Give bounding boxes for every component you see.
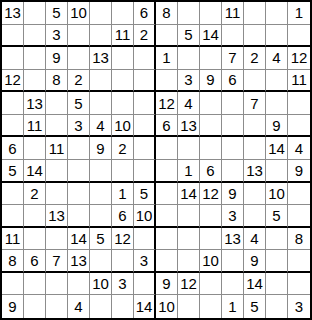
cell-r3c2[interactable] xyxy=(24,47,46,70)
cell-r8c10[interactable]: 6 xyxy=(200,160,222,183)
cell-r14c5[interactable] xyxy=(90,295,112,318)
cell-r10c8[interactable] xyxy=(156,205,178,228)
cell-r3c7[interactable] xyxy=(134,47,156,70)
cell-r9c6[interactable]: 1 xyxy=(112,183,134,206)
cell-r13c3[interactable] xyxy=(46,273,68,296)
cell-r8c3[interactable] xyxy=(46,160,68,183)
cell-r3c12[interactable]: 2 xyxy=(244,47,266,70)
cell-r3c1[interactable] xyxy=(2,47,24,70)
cell-r7c2[interactable] xyxy=(24,137,46,160)
cell-r4c12[interactable] xyxy=(244,70,266,93)
cell-r4c4[interactable]: 2 xyxy=(68,70,90,93)
cell-r13c12[interactable]: 14 xyxy=(244,273,266,296)
cell-r6c5[interactable]: 4 xyxy=(90,115,112,138)
cell-r7c5[interactable]: 9 xyxy=(90,137,112,160)
cell-r1c13[interactable] xyxy=(266,2,288,25)
cell-r13c6[interactable]: 3 xyxy=(112,273,134,296)
cell-r4c13[interactable] xyxy=(266,70,288,93)
cell-r13c11[interactable] xyxy=(222,273,244,296)
cell-r10c2[interactable] xyxy=(24,205,46,228)
cell-r14c8[interactable]: 10 xyxy=(156,295,178,318)
cell-r1c5[interactable] xyxy=(90,2,112,25)
cell-r13c14[interactable] xyxy=(288,273,310,296)
cell-r8c12[interactable]: 13 xyxy=(244,160,266,183)
cell-r4c1[interactable]: 12 xyxy=(2,70,24,93)
cell-r13c4[interactable] xyxy=(68,273,90,296)
cell-r12c2[interactable]: 6 xyxy=(24,250,46,273)
cell-r8c4[interactable] xyxy=(68,160,90,183)
cell-r13c9[interactable]: 12 xyxy=(178,273,200,296)
cell-r7c11[interactable] xyxy=(222,137,244,160)
cell-r1c10[interactable] xyxy=(200,2,222,25)
cell-r2c8[interactable] xyxy=(156,25,178,48)
cell-r6c2[interactable]: 11 xyxy=(24,115,46,138)
cell-r11c7[interactable] xyxy=(134,228,156,251)
cell-r7c4[interactable] xyxy=(68,137,90,160)
cell-r10c14[interactable] xyxy=(288,205,310,228)
cell-r13c7[interactable] xyxy=(134,273,156,296)
cell-r10c5[interactable] xyxy=(90,205,112,228)
cell-r13c10[interactable] xyxy=(200,273,222,296)
cell-r7c8[interactable] xyxy=(156,137,178,160)
cell-r11c1[interactable]: 11 xyxy=(2,228,24,251)
cell-r9c14[interactable] xyxy=(288,183,310,206)
cell-r7c10[interactable] xyxy=(200,137,222,160)
cell-r9c12[interactable] xyxy=(244,183,266,206)
cell-r10c6[interactable]: 6 xyxy=(112,205,134,228)
cell-r5c2[interactable]: 13 xyxy=(24,92,46,115)
cell-r11c13[interactable] xyxy=(266,228,288,251)
cell-r2c12[interactable] xyxy=(244,25,266,48)
cell-r2c4[interactable] xyxy=(68,25,90,48)
cell-r5c3[interactable] xyxy=(46,92,68,115)
cell-r10c13[interactable]: 5 xyxy=(266,205,288,228)
cell-r5c14[interactable] xyxy=(288,92,310,115)
cell-r4c11[interactable]: 6 xyxy=(222,70,244,93)
cell-r9c1[interactable] xyxy=(2,183,24,206)
cell-r8c13[interactable] xyxy=(266,160,288,183)
cell-r12c4[interactable]: 13 xyxy=(68,250,90,273)
cell-r12c10[interactable]: 10 xyxy=(200,250,222,273)
cell-r11c9[interactable] xyxy=(178,228,200,251)
cell-r3c11[interactable]: 7 xyxy=(222,47,244,70)
cell-r10c11[interactable]: 3 xyxy=(222,205,244,228)
cell-r13c8[interactable]: 9 xyxy=(156,273,178,296)
cell-r12c9[interactable] xyxy=(178,250,200,273)
cell-r5c11[interactable] xyxy=(222,92,244,115)
cell-r10c3[interactable]: 13 xyxy=(46,205,68,228)
cell-r2c7[interactable]: 2 xyxy=(134,25,156,48)
cell-r12c3[interactable]: 7 xyxy=(46,250,68,273)
cell-r3c6[interactable] xyxy=(112,47,134,70)
cell-r14c4[interactable]: 4 xyxy=(68,295,90,318)
cell-r3c5[interactable]: 13 xyxy=(90,47,112,70)
cell-r14c12[interactable]: 5 xyxy=(244,295,266,318)
cell-r11c8[interactable] xyxy=(156,228,178,251)
cell-r7c6[interactable]: 2 xyxy=(112,137,134,160)
cell-r4c10[interactable]: 9 xyxy=(200,70,222,93)
cell-r1c7[interactable]: 6 xyxy=(134,2,156,25)
cell-r3c8[interactable]: 1 xyxy=(156,47,178,70)
cell-r11c14[interactable]: 8 xyxy=(288,228,310,251)
cell-r2c14[interactable] xyxy=(288,25,310,48)
cell-r9c7[interactable]: 5 xyxy=(134,183,156,206)
cell-r3c14[interactable]: 12 xyxy=(288,47,310,70)
cell-r6c14[interactable] xyxy=(288,115,310,138)
cell-r9c4[interactable] xyxy=(68,183,90,206)
cell-r14c2[interactable] xyxy=(24,295,46,318)
cell-r11c4[interactable]: 14 xyxy=(68,228,90,251)
cell-r9c3[interactable] xyxy=(46,183,68,206)
cell-r3c4[interactable] xyxy=(68,47,90,70)
cell-r6c9[interactable]: 13 xyxy=(178,115,200,138)
cell-r3c13[interactable]: 4 xyxy=(266,47,288,70)
cell-r11c2[interactable] xyxy=(24,228,46,251)
cell-r12c13[interactable] xyxy=(266,250,288,273)
cell-r5c9[interactable]: 4 xyxy=(178,92,200,115)
cell-r10c1[interactable] xyxy=(2,205,24,228)
cell-r9c10[interactable]: 12 xyxy=(200,183,222,206)
cell-r14c9[interactable] xyxy=(178,295,200,318)
cell-r1c1[interactable]: 13 xyxy=(2,2,24,25)
cell-r2c2[interactable] xyxy=(24,25,46,48)
cell-r4c14[interactable]: 11 xyxy=(288,70,310,93)
cell-r8c2[interactable]: 14 xyxy=(24,160,46,183)
cell-r5c4[interactable]: 5 xyxy=(68,92,90,115)
cell-r8c8[interactable] xyxy=(156,160,178,183)
cell-r11c6[interactable]: 12 xyxy=(112,228,134,251)
cell-r1c14[interactable]: 1 xyxy=(288,2,310,25)
cell-r2c11[interactable] xyxy=(222,25,244,48)
cell-r6c1[interactable] xyxy=(2,115,24,138)
cell-r4c7[interactable] xyxy=(134,70,156,93)
cell-r14c1[interactable]: 9 xyxy=(2,295,24,318)
cell-r2c9[interactable]: 5 xyxy=(178,25,200,48)
cell-r2c1[interactable] xyxy=(2,25,24,48)
cell-r11c5[interactable]: 5 xyxy=(90,228,112,251)
cell-r12c11[interactable] xyxy=(222,250,244,273)
cell-r1c11[interactable]: 11 xyxy=(222,2,244,25)
cell-r8c11[interactable] xyxy=(222,160,244,183)
cell-r5c5[interactable] xyxy=(90,92,112,115)
cell-r4c5[interactable] xyxy=(90,70,112,93)
cell-r8c7[interactable] xyxy=(134,160,156,183)
cell-r10c12[interactable] xyxy=(244,205,266,228)
cell-r2c5[interactable] xyxy=(90,25,112,48)
cell-r3c10[interactable] xyxy=(200,47,222,70)
cell-r10c10[interactable] xyxy=(200,205,222,228)
cell-r6c3[interactable] xyxy=(46,115,68,138)
cell-r6c12[interactable] xyxy=(244,115,266,138)
cell-r9c8[interactable] xyxy=(156,183,178,206)
cell-r7c1[interactable]: 6 xyxy=(2,137,24,160)
cell-r6c13[interactable]: 9 xyxy=(266,115,288,138)
cell-r5c12[interactable]: 7 xyxy=(244,92,266,115)
cell-r11c11[interactable]: 13 xyxy=(222,228,244,251)
cell-r8c9[interactable]: 1 xyxy=(178,160,200,183)
cell-r12c7[interactable]: 3 xyxy=(134,250,156,273)
cell-r11c3[interactable] xyxy=(46,228,68,251)
cell-r3c3[interactable]: 9 xyxy=(46,47,68,70)
cell-r7c3[interactable]: 11 xyxy=(46,137,68,160)
cell-r13c1[interactable] xyxy=(2,273,24,296)
cell-r12c14[interactable] xyxy=(288,250,310,273)
cell-r4c2[interactable] xyxy=(24,70,46,93)
cell-r5c1[interactable] xyxy=(2,92,24,115)
cell-r6c10[interactable] xyxy=(200,115,222,138)
cell-r1c3[interactable]: 5 xyxy=(46,2,68,25)
cell-r1c4[interactable]: 10 xyxy=(68,2,90,25)
cell-r7c14[interactable]: 4 xyxy=(288,137,310,160)
cell-r14c7[interactable]: 14 xyxy=(134,295,156,318)
cell-r12c12[interactable]: 9 xyxy=(244,250,266,273)
cell-r12c1[interactable]: 8 xyxy=(2,250,24,273)
cell-r14c6[interactable] xyxy=(112,295,134,318)
cell-r4c8[interactable] xyxy=(156,70,178,93)
cell-r6c4[interactable]: 3 xyxy=(68,115,90,138)
cell-r13c2[interactable] xyxy=(24,273,46,296)
cell-r2c13[interactable] xyxy=(266,25,288,48)
cell-r9c13[interactable]: 10 xyxy=(266,183,288,206)
cell-r1c9[interactable] xyxy=(178,2,200,25)
cell-r7c7[interactable] xyxy=(134,137,156,160)
cell-r4c9[interactable]: 3 xyxy=(178,70,200,93)
cell-r9c2[interactable]: 2 xyxy=(24,183,46,206)
cell-r12c6[interactable] xyxy=(112,250,134,273)
cell-r1c2[interactable] xyxy=(24,2,46,25)
cell-r7c12[interactable] xyxy=(244,137,266,160)
cell-r13c5[interactable]: 10 xyxy=(90,273,112,296)
cell-r14c10[interactable] xyxy=(200,295,222,318)
cell-r12c8[interactable] xyxy=(156,250,178,273)
cell-r14c11[interactable]: 1 xyxy=(222,295,244,318)
cell-r1c8[interactable]: 8 xyxy=(156,2,178,25)
cell-r5c8[interactable]: 12 xyxy=(156,92,178,115)
cell-r12c5[interactable] xyxy=(90,250,112,273)
cell-r9c5[interactable] xyxy=(90,183,112,206)
cell-r5c6[interactable] xyxy=(112,92,134,115)
cell-r6c11[interactable] xyxy=(222,115,244,138)
cell-r8c5[interactable] xyxy=(90,160,112,183)
cell-r2c6[interactable]: 11 xyxy=(112,25,134,48)
cell-r1c12[interactable] xyxy=(244,2,266,25)
cell-r6c7[interactable] xyxy=(134,115,156,138)
cell-r4c6[interactable] xyxy=(112,70,134,93)
cell-r14c14[interactable]: 3 xyxy=(288,295,310,318)
cell-r4c3[interactable]: 8 xyxy=(46,70,68,93)
cell-r10c9[interactable] xyxy=(178,205,200,228)
cell-r1c6[interactable] xyxy=(112,2,134,25)
cell-r9c11[interactable]: 9 xyxy=(222,183,244,206)
cell-r2c10[interactable]: 14 xyxy=(200,25,222,48)
cell-r13c13[interactable] xyxy=(266,273,288,296)
cell-r6c8[interactable]: 6 xyxy=(156,115,178,138)
cell-r10c4[interactable] xyxy=(68,205,90,228)
cell-r8c6[interactable] xyxy=(112,160,134,183)
cell-r14c13[interactable] xyxy=(266,295,288,318)
cell-r7c9[interactable] xyxy=(178,137,200,160)
cell-r3c9[interactable] xyxy=(178,47,200,70)
cell-r11c10[interactable] xyxy=(200,228,222,251)
cell-r5c7[interactable] xyxy=(134,92,156,115)
cell-r9c9[interactable]: 14 xyxy=(178,183,200,206)
cell-r2c3[interactable]: 3 xyxy=(46,25,68,48)
cell-r7c13[interactable]: 14 xyxy=(266,137,288,160)
cell-r8c14[interactable]: 9 xyxy=(288,160,310,183)
cell-r11c12[interactable]: 4 xyxy=(244,228,266,251)
cell-r5c13[interactable] xyxy=(266,92,288,115)
cell-r14c3[interactable] xyxy=(46,295,68,318)
cell-r8c1[interactable]: 5 xyxy=(2,160,24,183)
sudoku-board: 1351068111311251491317241212823961113512… xyxy=(0,0,312,320)
cell-r5c10[interactable] xyxy=(200,92,222,115)
cell-r6c6[interactable]: 10 xyxy=(112,115,134,138)
cell-r10c7[interactable]: 10 xyxy=(134,205,156,228)
